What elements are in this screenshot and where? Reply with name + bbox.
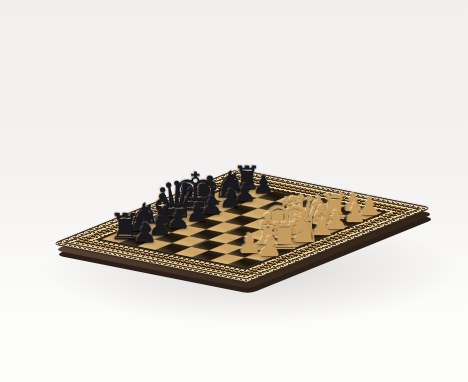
photo-backdrop: ♜♞♝♛♚♝♞♜♟♟♟♟♟♟♟♟♟♟♟♝♚♛♞♜♟♟♜♞♝♟♟♟ [0,0,468,382]
